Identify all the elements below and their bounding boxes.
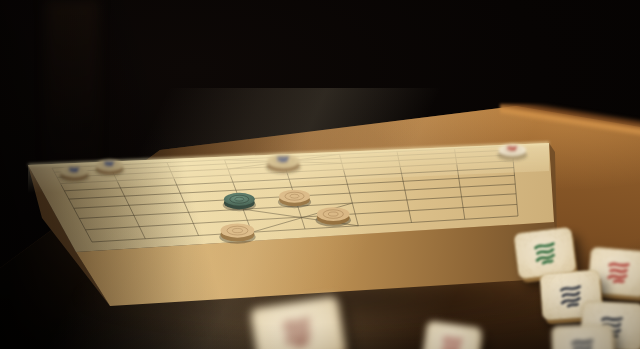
- photo-stage: [0, 0, 640, 349]
- vignette: [0, 0, 640, 349]
